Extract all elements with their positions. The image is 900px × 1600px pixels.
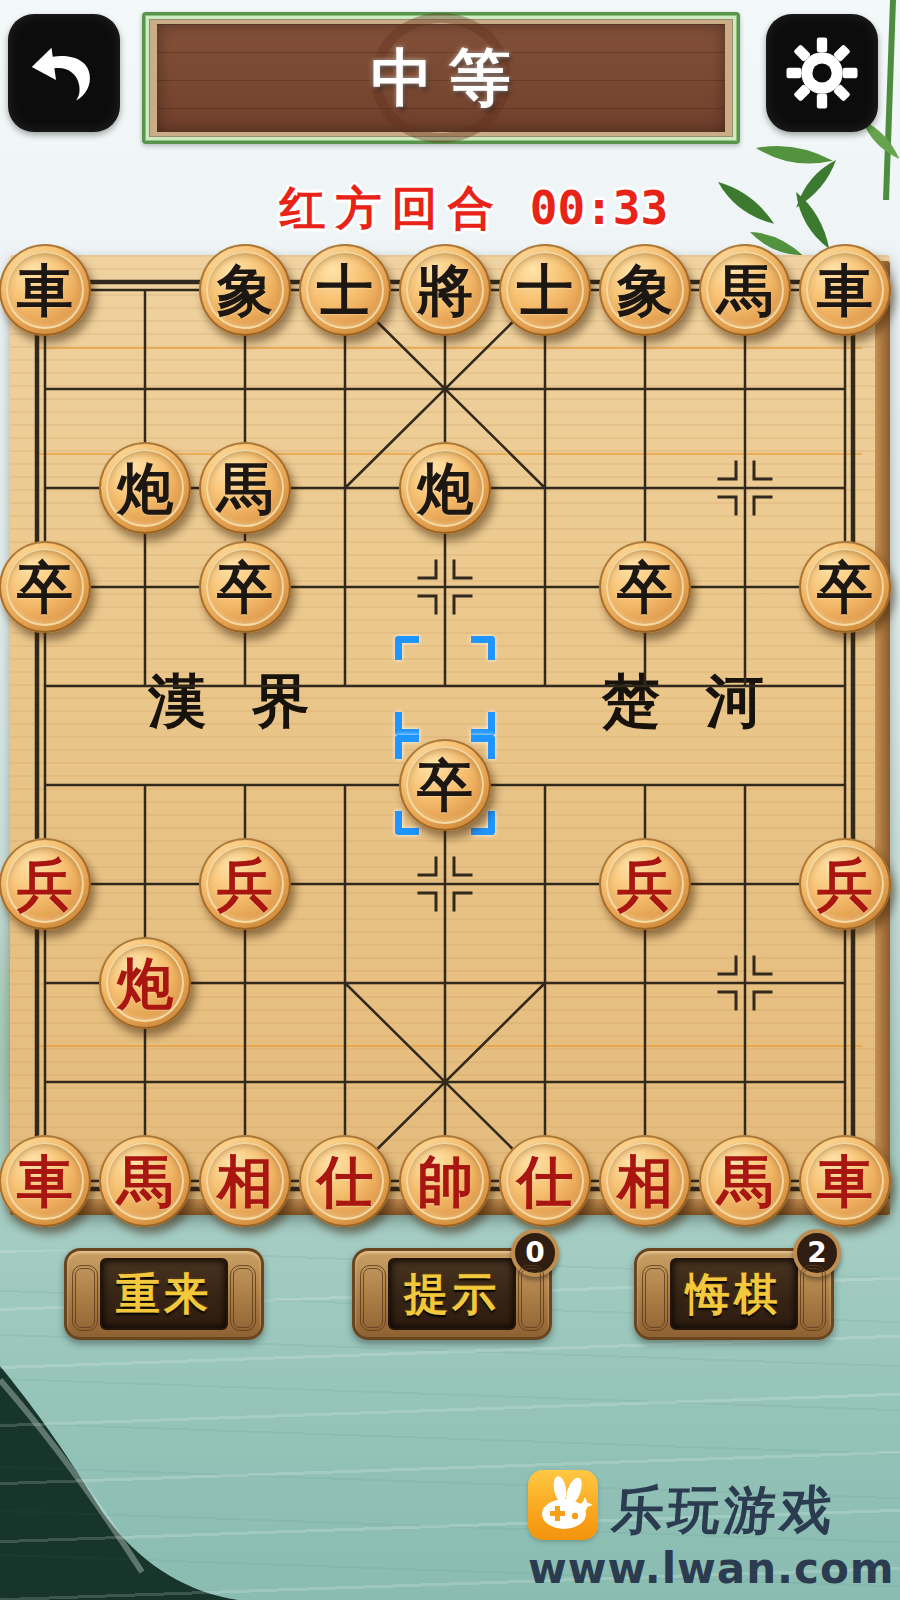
piece-black-卒[interactable]: 卒 [799, 541, 891, 633]
hint-count-badge: 0 [511, 1229, 559, 1277]
piece-glyph: 相 [599, 1135, 691, 1227]
piece-red-兵[interactable]: 兵 [199, 838, 291, 930]
piece-glyph: 馬 [699, 1135, 791, 1227]
piece-glyph: 車 [0, 244, 91, 336]
piece-black-炮[interactable]: 炮 [399, 442, 491, 534]
piece-red-仕[interactable]: 仕 [299, 1135, 391, 1227]
undo-panel: 悔棋 [670, 1258, 798, 1330]
banner-frame: 中等 [149, 19, 733, 137]
gear-icon [785, 36, 859, 110]
piece-glyph: 仕 [299, 1135, 391, 1227]
piece-red-兵[interactable]: 兵 [799, 838, 891, 930]
piece-black-士[interactable]: 士 [499, 244, 591, 336]
difficulty-banner: 中等 [142, 12, 740, 144]
app: 中等 红方回合00:33 漢界 [0, 0, 900, 1600]
brand-url: www.lwan.com [528, 1544, 895, 1593]
piece-glyph: 帥 [399, 1135, 491, 1227]
undo-count-badge: 2 [793, 1229, 841, 1277]
back-arrow-icon [27, 36, 101, 110]
hint-panel: 提示 [388, 1258, 516, 1330]
settings-button[interactable] [766, 14, 878, 132]
turn-label: 红方回合 [280, 181, 504, 235]
wood-grain-line [38, 347, 862, 349]
piece-glyph: 士 [499, 244, 591, 336]
brand-name: 乐玩游戏 [610, 1476, 839, 1546]
piece-glyph: 卒 [399, 739, 491, 831]
piece-red-車[interactable]: 車 [0, 1135, 91, 1227]
piece-glyph: 卒 [199, 541, 291, 633]
turn-indicator: 红方回合00:33 [0, 178, 900, 240]
piece-glyph: 炮 [399, 442, 491, 534]
piece-red-相[interactable]: 相 [599, 1135, 691, 1227]
piece-glyph: 仕 [499, 1135, 591, 1227]
piece-red-馬[interactable]: 馬 [699, 1135, 791, 1227]
piece-red-帥[interactable]: 帥 [399, 1135, 491, 1227]
piece-black-車[interactable]: 車 [799, 244, 891, 336]
piece-glyph: 兵 [199, 838, 291, 930]
piece-black-卒[interactable]: 卒 [199, 541, 291, 633]
piece-red-炮[interactable]: 炮 [99, 937, 191, 1029]
piece-glyph: 車 [799, 244, 891, 336]
piece-glyph: 兵 [0, 838, 91, 930]
piece-red-仕[interactable]: 仕 [499, 1135, 591, 1227]
piece-black-馬[interactable]: 馬 [199, 442, 291, 534]
back-button[interactable] [8, 14, 120, 132]
piece-black-象[interactable]: 象 [599, 244, 691, 336]
piece-red-馬[interactable]: 馬 [99, 1135, 191, 1227]
piece-black-炮[interactable]: 炮 [99, 442, 191, 534]
piece-black-象[interactable]: 象 [199, 244, 291, 336]
piece-glyph: 象 [599, 244, 691, 336]
turn-timer: 00:33 [530, 181, 668, 235]
piece-glyph: 卒 [599, 541, 691, 633]
difficulty-title: 中等 [355, 36, 527, 120]
piece-glyph: 卒 [0, 541, 91, 633]
piece-black-車[interactable]: 車 [0, 244, 91, 336]
piece-glyph: 馬 [699, 244, 791, 336]
river-label-right: 楚河 [602, 663, 810, 741]
piece-glyph: 兵 [799, 838, 891, 930]
piece-glyph: 將 [399, 244, 491, 336]
piece-red-兵[interactable]: 兵 [599, 838, 691, 930]
piece-black-將[interactable]: 將 [399, 244, 491, 336]
piece-black-馬[interactable]: 馬 [699, 244, 791, 336]
undo-button[interactable]: 悔棋 2 [634, 1248, 834, 1340]
lwan-rabbit-gamepad-icon [528, 1470, 598, 1540]
hint-label: 提示 [404, 1265, 500, 1324]
river-label-left: 漢界 [148, 663, 356, 741]
piece-red-兵[interactable]: 兵 [0, 838, 91, 930]
piece-red-車[interactable]: 車 [799, 1135, 891, 1227]
piece-black-卒[interactable]: 卒 [599, 541, 691, 633]
piece-glyph: 炮 [99, 442, 191, 534]
wood-grain-line [38, 1045, 862, 1047]
hint-button[interactable]: 提示 0 [352, 1248, 552, 1340]
piece-glyph: 馬 [199, 442, 291, 534]
board-right-edge [875, 261, 890, 1215]
piece-black-卒[interactable]: 卒 [0, 541, 91, 633]
piece-glyph: 炮 [99, 937, 191, 1029]
last-move-from-marker [395, 636, 495, 736]
piece-glyph: 兵 [599, 838, 691, 930]
restart-button[interactable]: 重来 [64, 1248, 264, 1340]
piece-glyph: 象 [199, 244, 291, 336]
restart-panel: 重来 [100, 1258, 228, 1330]
piece-black-士[interactable]: 士 [299, 244, 391, 336]
piece-glyph: 卒 [799, 541, 891, 633]
piece-glyph: 車 [0, 1135, 91, 1227]
piece-red-相[interactable]: 相 [199, 1135, 291, 1227]
piece-glyph: 車 [799, 1135, 891, 1227]
footer-logo-link[interactable]: 乐玩游戏 www.lwan.com [528, 1468, 868, 1586]
banner-wood-panel: 中等 [157, 24, 725, 132]
piece-glyph: 馬 [99, 1135, 191, 1227]
piece-black-卒[interactable]: 卒 [399, 739, 491, 831]
piece-glyph: 士 [299, 244, 391, 336]
restart-label: 重来 [116, 1265, 212, 1324]
piece-glyph: 相 [199, 1135, 291, 1227]
undo-label: 悔棋 [686, 1265, 782, 1324]
